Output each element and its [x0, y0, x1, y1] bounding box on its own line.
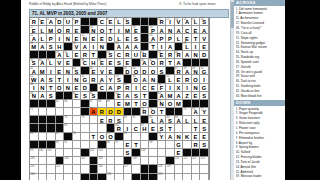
grid-cell[interactable]: 107 [81, 157, 90, 165]
grid-cell[interactable]: P [47, 34, 56, 42]
grid-cell[interactable]: 37L [47, 59, 56, 67]
grid-cell[interactable]: D [107, 34, 116, 42]
grid-cell[interactable]: E [124, 59, 133, 67]
grid-cell[interactable] [56, 108, 65, 116]
grid-cell[interactable] [98, 124, 107, 132]
grid-cell[interactable]: E [107, 67, 116, 75]
grid-cell[interactable]: S [200, 141, 209, 149]
grid-cell[interactable]: 111 [183, 157, 192, 165]
grid-cell[interactable]: 27T [149, 43, 158, 51]
grid-cell[interactable]: 88 [30, 133, 39, 141]
grid-cell[interactable]: 104 [141, 149, 150, 157]
grid-cell[interactable] [124, 174, 133, 180]
grid-cell[interactable]: G [175, 141, 184, 149]
grid-cell[interactable] [166, 174, 175, 180]
grid-cell[interactable]: 96 [107, 141, 116, 149]
grid-cell[interactable]: 106 [64, 157, 73, 165]
grid-cell[interactable]: 40A [141, 59, 150, 67]
grid-cell[interactable]: O [166, 100, 175, 108]
grid-cell[interactable]: N [39, 84, 48, 92]
grid-cell[interactable]: M [39, 67, 48, 75]
grid-cell[interactable]: Y [107, 75, 116, 83]
grid-cell[interactable]: E [64, 59, 73, 67]
grid-cell[interactable]: 30L [64, 51, 73, 59]
grid-cell[interactable] [73, 165, 82, 173]
grid-cell[interactable]: A [166, 133, 175, 141]
grid-cell[interactable]: 77Y [200, 108, 209, 116]
grid-cell[interactable]: T [166, 59, 175, 67]
grid-cell[interactable] [141, 157, 150, 165]
grid-cell[interactable] [149, 157, 158, 165]
grid-cell[interactable]: 68 [98, 100, 107, 108]
grid-cell[interactable]: 31S [107, 51, 116, 59]
grid-cell[interactable]: 119 [166, 165, 175, 173]
grid-cell[interactable] [39, 174, 48, 180]
grid-cell[interactable]: S [158, 67, 167, 75]
grid-cell[interactable] [90, 141, 99, 149]
grid-cell[interactable]: P [158, 34, 167, 42]
grid-cell[interactable]: P [115, 84, 124, 92]
grid-cell[interactable]: 102 [90, 149, 99, 157]
grid-cell[interactable]: C [132, 124, 141, 132]
grid-cell[interactable]: T [107, 26, 116, 34]
grid-cell[interactable]: 36A [39, 59, 48, 67]
grid-cell[interactable]: R [90, 75, 99, 83]
grid-cell[interactable]: 57C [98, 84, 107, 92]
grid-cell[interactable]: R [81, 51, 90, 59]
grid-cell[interactable]: 71 [30, 108, 39, 116]
grid-cell[interactable]: 29A [56, 51, 65, 59]
grid-cell[interactable]: A [39, 75, 48, 83]
grid-cell[interactable]: T [90, 133, 99, 141]
grid-cell[interactable]: E [56, 67, 65, 75]
grid-cell[interactable]: E [192, 133, 201, 141]
grid-cell[interactable] [200, 165, 209, 173]
grid-cell[interactable]: I [200, 75, 209, 83]
grid-cell[interactable]: E [192, 92, 201, 100]
grid-cell[interactable]: 18N [90, 26, 99, 34]
grid-cell[interactable]: O [56, 84, 65, 92]
grid-cell[interactable]: L [175, 34, 184, 42]
grid-cell[interactable]: D [141, 67, 150, 75]
grid-cell[interactable]: 14A [183, 18, 192, 26]
grid-cell[interactable]: S [200, 92, 209, 100]
grid-cell[interactable]: 109 [132, 157, 141, 165]
grid-cell[interactable]: 4D [56, 18, 65, 26]
grid-cell[interactable]: I [115, 26, 124, 34]
grid-cell[interactable]: 7C [98, 18, 107, 26]
grid-cell[interactable]: S [47, 43, 56, 51]
grid-cell[interactable] [115, 174, 124, 180]
grid-cell[interactable] [158, 141, 167, 149]
grid-cell[interactable]: 82L [149, 116, 158, 124]
grid-cell[interactable]: 63E [115, 92, 124, 100]
grid-cell[interactable]: N [175, 133, 184, 141]
grid-cell[interactable] [47, 157, 56, 165]
grid-cell[interactable]: R [64, 26, 73, 34]
grid-cell[interactable]: E [200, 133, 209, 141]
grid-cell[interactable]: I [183, 84, 192, 92]
grid-cell[interactable]: 39E [98, 59, 107, 67]
grid-cell[interactable]: V [200, 34, 209, 42]
grid-cell[interactable] [175, 124, 184, 132]
grid-cell[interactable] [115, 149, 124, 157]
grid-cell[interactable]: 26A [115, 43, 124, 51]
grid-cell[interactable]: E [175, 149, 184, 157]
grid-cell[interactable]: A [39, 92, 48, 100]
grid-cell[interactable] [47, 165, 56, 173]
grid-cell[interactable] [141, 141, 150, 149]
crossword-grid[interactable]: 1R2E3A4D5U6P7C8E9L10S11R12I13V14A15L16S1… [29, 17, 210, 180]
grid-cell[interactable]: U [132, 51, 141, 59]
grid-cell[interactable]: D [200, 51, 209, 59]
grid-cell[interactable]: D [81, 84, 90, 92]
grid-cell[interactable]: E [175, 75, 184, 83]
grid-cell[interactable]: T [141, 92, 150, 100]
grid-cell[interactable]: N [192, 84, 201, 92]
grid-cell[interactable]: O [192, 75, 201, 83]
grid-cell[interactable]: M [124, 26, 133, 34]
grid-cell[interactable] [64, 174, 73, 180]
grid-cell[interactable]: N [166, 26, 175, 34]
grid-cell[interactable]: T [192, 124, 201, 132]
grid-cell[interactable]: 43S [73, 67, 82, 75]
grid-cell[interactable] [73, 108, 82, 116]
grid-cell[interactable]: S [132, 34, 141, 42]
grid-cell[interactable]: E [73, 84, 82, 92]
grid-cell[interactable] [39, 133, 48, 141]
grid-cell[interactable]: 3A [47, 18, 56, 26]
grid-cell[interactable]: 55L [166, 75, 175, 83]
grid-cell[interactable]: O [56, 26, 65, 34]
grid-cell[interactable]: I [56, 34, 65, 42]
grid-cell[interactable] [47, 174, 56, 180]
grid-cell[interactable]: 5U [64, 18, 73, 26]
grid-cell[interactable] [166, 141, 175, 149]
grid-cell[interactable]: 11R [158, 18, 167, 26]
grid-cell[interactable]: 87H [141, 124, 150, 132]
grid-cell[interactable]: 62S [90, 92, 99, 100]
grid-cell[interactable]: 121 [107, 174, 116, 180]
grid-cell[interactable]: M [47, 26, 56, 34]
grid-cell[interactable]: 50G [200, 67, 209, 75]
grid-cell[interactable]: 34R [175, 51, 184, 59]
grid-cell[interactable]: T [90, 51, 99, 59]
grid-cell[interactable]: L [183, 116, 192, 124]
grid-cell[interactable]: P [166, 34, 175, 42]
grid-cell[interactable]: A [175, 59, 184, 67]
grid-cell[interactable]: 25V [73, 43, 82, 51]
grid-cell[interactable]: 116 [98, 165, 107, 173]
grid-cell[interactable]: 41O [149, 59, 158, 67]
grid-cell[interactable]: 47R [175, 67, 184, 75]
grid-cell[interactable]: Z [183, 92, 192, 100]
grid-cell[interactable] [149, 149, 158, 157]
grid-cell[interactable] [81, 133, 90, 141]
grid-cell[interactable]: 83S [166, 116, 175, 124]
grid-cell[interactable] [115, 165, 124, 173]
grid-cell[interactable]: O [107, 108, 116, 116]
grid-cell[interactable]: A [158, 116, 167, 124]
grid-cell[interactable]: S [47, 92, 56, 100]
grid-cell[interactable]: 65 [56, 100, 65, 108]
grid-cell[interactable]: 94 [56, 141, 65, 149]
grid-cell[interactable]: O [149, 67, 158, 75]
grid-cell[interactable]: 49N [192, 67, 201, 75]
grid-cell[interactable]: T [56, 75, 65, 83]
grid-cell[interactable]: 92 [124, 133, 133, 141]
grid-cell[interactable]: X [175, 84, 184, 92]
grid-cell[interactable]: 8E [107, 18, 116, 26]
grid-cell[interactable]: M [124, 100, 133, 108]
grid-cell[interactable]: 101 [47, 149, 56, 157]
grid-cell[interactable]: E [98, 116, 107, 124]
grid-cell[interactable]: 6P [73, 18, 82, 26]
grid-cell[interactable]: 16S [200, 18, 209, 26]
grid-cell[interactable]: 112 [192, 157, 201, 165]
grid-cell[interactable]: 9L [115, 18, 124, 26]
grid-cell[interactable]: N [149, 75, 158, 83]
grid-cell[interactable] [192, 165, 201, 173]
grid-cell[interactable]: 61E [73, 92, 82, 100]
grid-cell[interactable]: R [158, 59, 167, 67]
grid-cell[interactable]: O [98, 133, 107, 141]
grid-cell[interactable]: A [158, 26, 167, 34]
grid-cell[interactable] [56, 149, 65, 157]
grid-cell[interactable]: V [98, 67, 107, 75]
grid-cell[interactable]: C [115, 51, 124, 59]
grid-cell[interactable]: H [90, 59, 99, 67]
grid-cell[interactable]: 64A [158, 92, 167, 100]
grid-cell[interactable]: E [200, 116, 209, 124]
grid-cell[interactable]: A [166, 43, 175, 51]
grid-cell[interactable]: 12I [166, 18, 175, 26]
grid-cell[interactable] [107, 149, 116, 157]
grid-cell[interactable]: E [149, 84, 158, 92]
grid-cell[interactable]: E [73, 26, 82, 34]
grid-cell[interactable] [90, 116, 99, 124]
grid-cell[interactable]: T [132, 141, 141, 149]
grid-cell[interactable]: E [90, 34, 99, 42]
grid-cell[interactable]: R [183, 75, 192, 83]
grid-cell[interactable]: N [64, 84, 73, 92]
grid-cell[interactable]: 52G [81, 75, 90, 83]
grid-cell[interactable]: A [175, 92, 184, 100]
grid-cell[interactable]: 2E [39, 18, 48, 26]
grid-cell[interactable]: 44E [90, 67, 99, 75]
grid-cell[interactable]: T [166, 124, 175, 132]
grid-cell[interactable]: 84A [175, 116, 184, 124]
grid-cell[interactable]: D [115, 108, 124, 116]
grid-cell[interactable]: S [81, 92, 90, 100]
grid-cell[interactable] [183, 174, 192, 180]
grid-cell[interactable]: E [73, 51, 82, 59]
grid-cell[interactable]: O [98, 26, 107, 34]
grid-cell[interactable]: S [47, 75, 56, 83]
grid-cell[interactable]: 99 [30, 149, 39, 157]
grid-cell[interactable]: 69 [107, 100, 116, 108]
clue-item[interactable]: 33. Main blood line [236, 94, 286, 99]
grid-cell[interactable]: 66 [64, 100, 73, 108]
grid-cell[interactable]: N [192, 51, 201, 59]
grid-cell[interactable]: 93Y [158, 133, 167, 141]
grid-cell[interactable]: A [200, 26, 209, 34]
clue-item[interactable]: 19. Moscow leader [236, 174, 286, 179]
grid-cell[interactable]: C [183, 26, 192, 34]
grid-cell[interactable] [39, 108, 48, 116]
grid-cell[interactable]: 115 [56, 165, 65, 173]
grid-cell[interactable] [81, 165, 90, 173]
grid-cell[interactable]: R [98, 108, 107, 116]
grid-cell[interactable]: E [107, 59, 116, 67]
grid-cell[interactable]: E [124, 34, 133, 42]
grid-cell[interactable]: T [192, 34, 201, 42]
grid-cell[interactable]: E [115, 100, 124, 108]
grid-cell[interactable]: L [39, 34, 48, 42]
grid-cell[interactable]: 38C [81, 59, 90, 67]
grid-cell[interactable] [73, 149, 82, 157]
grid-cell[interactable] [132, 165, 141, 173]
grid-cell[interactable] [141, 133, 150, 141]
grid-cell[interactable]: 56I [30, 84, 39, 92]
grid-cell[interactable]: 54D [132, 75, 141, 83]
grid-cell[interactable]: R [166, 51, 175, 59]
grid-cell[interactable]: 95 [64, 141, 73, 149]
grid-cell[interactable] [73, 116, 82, 124]
grid-cell[interactable] [47, 108, 56, 116]
grid-cell[interactable]: A [107, 84, 116, 92]
grid-cell[interactable]: 24M [30, 43, 39, 51]
grid-cell[interactable] [73, 174, 82, 180]
grid-cell[interactable]: 76A [192, 108, 201, 116]
grid-cell[interactable]: N [73, 75, 82, 83]
grid-cell[interactable]: 1R [30, 18, 39, 26]
grid-cell[interactable]: 72A [90, 108, 99, 116]
grid-cell[interactable]: 98 [149, 141, 158, 149]
grid-cell[interactable]: T [132, 100, 141, 108]
grid-cell[interactable] [115, 157, 124, 165]
grid-cell[interactable] [39, 165, 48, 173]
grid-cell[interactable]: N [64, 34, 73, 42]
grid-cell[interactable]: I [64, 75, 73, 83]
grid-cell[interactable]: I [166, 84, 175, 92]
grid-cell[interactable]: R [124, 51, 133, 59]
grid-cell[interactable]: 103 [98, 149, 107, 157]
grid-cell[interactable]: 85 [64, 124, 73, 132]
grid-cell[interactable]: O [141, 100, 150, 108]
grid-cell[interactable]: T [47, 84, 56, 92]
grid-cell[interactable]: I [90, 43, 99, 51]
grid-cell[interactable]: 22N [81, 34, 90, 42]
grid-cell[interactable]: 75 [183, 108, 192, 116]
grid-cell[interactable]: T [158, 108, 167, 116]
grid-cell[interactable]: 89 [56, 133, 65, 141]
grid-cell[interactable]: 122 [158, 174, 167, 180]
grid-cell[interactable] [56, 174, 65, 180]
grid-cell[interactable]: A [124, 43, 133, 51]
grid-cell[interactable] [81, 141, 90, 149]
grid-cell[interactable]: M [166, 92, 175, 100]
grid-cell[interactable]: E [124, 141, 133, 149]
grid-cell[interactable] [200, 174, 209, 180]
grid-cell[interactable]: I [192, 43, 201, 51]
grid-cell[interactable]: E [192, 26, 201, 34]
grid-cell[interactable] [47, 133, 56, 141]
grid-cell[interactable]: A [175, 26, 184, 34]
grid-cell[interactable]: A [39, 43, 48, 51]
grid-cell[interactable] [64, 165, 73, 173]
grid-cell[interactable]: S [115, 59, 124, 67]
grid-cell[interactable]: 13V [175, 18, 184, 26]
grid-cell[interactable]: 58R [124, 84, 133, 92]
grid-cell[interactable]: A [141, 75, 150, 83]
grid-cell[interactable]: 32B [141, 51, 150, 59]
grid-cell[interactable]: 67 [90, 100, 99, 108]
grid-cell[interactable] [183, 124, 192, 132]
grid-cell[interactable]: S [132, 92, 141, 100]
grid-cell[interactable]: 120 [30, 174, 39, 180]
grid-cell[interactable] [81, 124, 90, 132]
grid-cell[interactable]: 110 [175, 157, 184, 165]
grid-cell[interactable]: A [124, 92, 133, 100]
grid-cell[interactable]: M [175, 100, 184, 108]
grid-cell[interactable] [175, 165, 184, 173]
grid-cell[interactable]: 97 [115, 141, 124, 149]
grid-cell[interactable]: 53S [115, 75, 124, 83]
grid-cell[interactable]: 73R [141, 108, 150, 116]
grid-cell[interactable]: 81 [132, 116, 141, 124]
grid-cell[interactable]: L [192, 116, 201, 124]
grid-cell[interactable] [166, 149, 175, 157]
grid-cell[interactable]: C [141, 84, 150, 92]
grid-cell[interactable] [183, 141, 192, 149]
grid-cell[interactable]: G [200, 84, 209, 92]
grid-cell[interactable]: 19E [132, 26, 141, 34]
grid-cell[interactable] [39, 157, 48, 165]
grid-cell[interactable]: 100 [39, 149, 48, 157]
grid-cell[interactable]: H [56, 43, 65, 51]
grid-cell[interactable]: V [56, 59, 65, 67]
grid-cell[interactable]: E [149, 124, 158, 132]
grid-cell[interactable] [73, 100, 82, 108]
grid-cell[interactable]: L [39, 26, 48, 34]
grid-cell[interactable]: 117 [124, 165, 133, 173]
grid-cell[interactable]: 15L [192, 18, 201, 26]
grid-cell[interactable]: N [64, 67, 73, 75]
grid-cell[interactable]: 28L [183, 43, 192, 51]
grid-cell[interactable]: 59F [158, 84, 167, 92]
grid-cell[interactable]: I [158, 43, 167, 51]
grid-cell[interactable]: 10S [124, 18, 133, 26]
grid-cell[interactable]: E [98, 34, 107, 42]
grid-cell[interactable] [192, 174, 201, 180]
grid-cell[interactable] [73, 141, 82, 149]
grid-cell[interactable]: 113 [200, 157, 209, 165]
grid-cell[interactable]: N [98, 43, 107, 51]
grid-cell[interactable] [64, 149, 73, 157]
grid-cell[interactable]: S [124, 149, 133, 157]
grid-cell[interactable]: 48A [183, 67, 192, 75]
grid-cell[interactable]: 80 [124, 116, 133, 124]
grid-cell[interactable]: R [107, 116, 116, 124]
grid-cell[interactable]: 60N [30, 92, 39, 100]
grid-cell[interactable]: 70N [158, 100, 167, 108]
grid-cell[interactable] [90, 124, 99, 132]
grid-cell[interactable]: A [183, 51, 192, 59]
grid-cell[interactable]: R [192, 141, 201, 149]
grid-cell[interactable]: A [81, 43, 90, 51]
grid-cell[interactable]: 91O [107, 133, 116, 141]
